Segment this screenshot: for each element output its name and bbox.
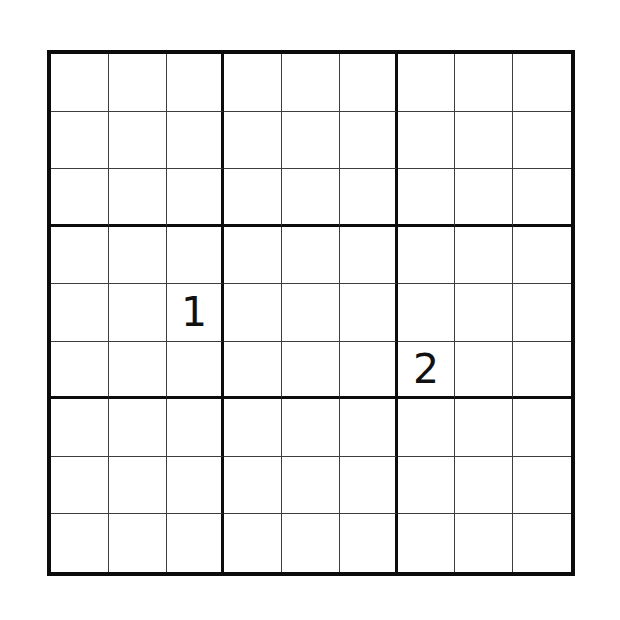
cell-r7c7[interactable] (398, 399, 456, 457)
cell-r6c5[interactable] (282, 342, 340, 400)
cell-r2c6[interactable] (340, 112, 398, 170)
cell-r4c5[interactable] (282, 227, 340, 285)
cell-r8c4[interactable] (224, 457, 282, 515)
cell-r3c5[interactable] (282, 169, 340, 227)
cell-r7c3[interactable] (167, 399, 225, 457)
cell-r2c5[interactable] (282, 112, 340, 170)
cell-r5c7[interactable] (398, 284, 456, 342)
cell-r6c4[interactable] (224, 342, 282, 400)
cell-r7c2[interactable] (109, 399, 167, 457)
cell-r4c6[interactable] (340, 227, 398, 285)
cell-r3c8[interactable] (455, 169, 513, 227)
cell-r2c3[interactable] (167, 112, 225, 170)
cell-r1c4[interactable] (224, 54, 282, 112)
cell-r8c9[interactable] (513, 457, 571, 515)
cell-r4c2[interactable] (109, 227, 167, 285)
cell-r3c4[interactable] (224, 169, 282, 227)
cell-r6c8[interactable] (455, 342, 513, 400)
cell-r4c1[interactable] (51, 227, 109, 285)
cell-r9c9[interactable] (513, 514, 571, 572)
cell-r8c7[interactable] (398, 457, 456, 515)
cell-r7c4[interactable] (224, 399, 282, 457)
cell-r3c1[interactable] (51, 169, 109, 227)
cell-r9c2[interactable] (109, 514, 167, 572)
cell-r1c5[interactable] (282, 54, 340, 112)
cell-r9c5[interactable] (282, 514, 340, 572)
cell-r6c3[interactable] (167, 342, 225, 400)
cell-r5c9[interactable] (513, 284, 571, 342)
cell-r1c3[interactable] (167, 54, 225, 112)
cell-r1c1[interactable] (51, 54, 109, 112)
cell-r9c8[interactable] (455, 514, 513, 572)
cell-r1c9[interactable] (513, 54, 571, 112)
given-digit: 2 (413, 349, 439, 390)
cell-r1c7[interactable] (398, 54, 456, 112)
cell-r1c2[interactable] (109, 54, 167, 112)
cell-r8c5[interactable] (282, 457, 340, 515)
cell-r6c9[interactable] (513, 342, 571, 400)
cell-r1c8[interactable] (455, 54, 513, 112)
cell-r5c4[interactable] (224, 284, 282, 342)
cell-r8c6[interactable] (340, 457, 398, 515)
cell-r2c2[interactable] (109, 112, 167, 170)
sudoku-board: 12 (47, 50, 575, 576)
cell-r2c7[interactable] (398, 112, 456, 170)
cell-r8c3[interactable] (167, 457, 225, 515)
cell-r7c8[interactable] (455, 399, 513, 457)
cell-r4c7[interactable] (398, 227, 456, 285)
cell-r7c5[interactable] (282, 399, 340, 457)
cell-r4c8[interactable] (455, 227, 513, 285)
cell-r6c2[interactable] (109, 342, 167, 400)
cell-r4c3[interactable] (167, 227, 225, 285)
cell-r2c1[interactable] (51, 112, 109, 170)
cell-r5c5[interactable] (282, 284, 340, 342)
cell-r7c1[interactable] (51, 399, 109, 457)
cell-r5c1[interactable] (51, 284, 109, 342)
cell-r6c1[interactable] (51, 342, 109, 400)
cell-r8c8[interactable] (455, 457, 513, 515)
cell-r6c6[interactable] (340, 342, 398, 400)
cell-r3c7[interactable] (398, 169, 456, 227)
cell-r4c4[interactable] (224, 227, 282, 285)
cell-r5c3[interactable]: 1 (167, 284, 225, 342)
cell-r8c2[interactable] (109, 457, 167, 515)
cell-r7c9[interactable] (513, 399, 571, 457)
cell-r5c8[interactable] (455, 284, 513, 342)
cell-r9c6[interactable] (340, 514, 398, 572)
cell-r3c6[interactable] (340, 169, 398, 227)
cell-r9c1[interactable] (51, 514, 109, 572)
cell-r4c9[interactable] (513, 227, 571, 285)
cell-r3c2[interactable] (109, 169, 167, 227)
cell-r9c7[interactable] (398, 514, 456, 572)
cell-r9c3[interactable] (167, 514, 225, 572)
cell-r1c6[interactable] (340, 54, 398, 112)
cell-r3c3[interactable] (167, 169, 225, 227)
cell-r2c8[interactable] (455, 112, 513, 170)
cell-r7c6[interactable] (340, 399, 398, 457)
cell-r5c2[interactable] (109, 284, 167, 342)
given-digit: 1 (181, 292, 207, 333)
cell-r9c4[interactable] (224, 514, 282, 572)
cell-r2c4[interactable] (224, 112, 282, 170)
cell-r6c7[interactable]: 2 (398, 342, 456, 400)
cell-r3c9[interactable] (513, 169, 571, 227)
cell-r2c9[interactable] (513, 112, 571, 170)
cell-r5c6[interactable] (340, 284, 398, 342)
cell-r8c1[interactable] (51, 457, 109, 515)
sudoku-board-container: 12 (47, 50, 575, 576)
